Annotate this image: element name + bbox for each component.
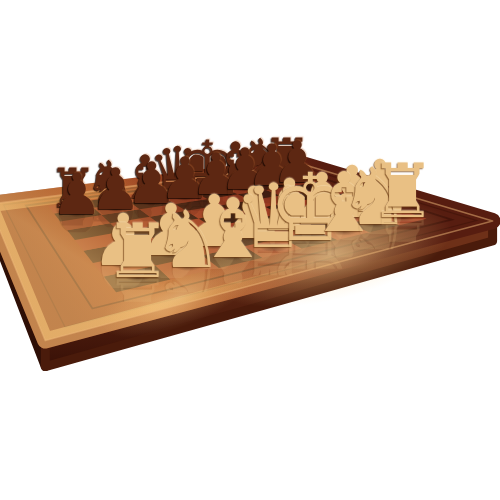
board-gloss-reflections — [0, 164, 493, 354]
chess-board — [0, 0, 500, 500]
chess-set-product-photo: ♜♜♞♞♝♝♛♛♚♚♝♝♞♞♜♜♟♟♟♟♟♟♟♟♟♟♟♟♟♟♟♟♟♟♟♟♟♟♟♟… — [0, 0, 500, 500]
